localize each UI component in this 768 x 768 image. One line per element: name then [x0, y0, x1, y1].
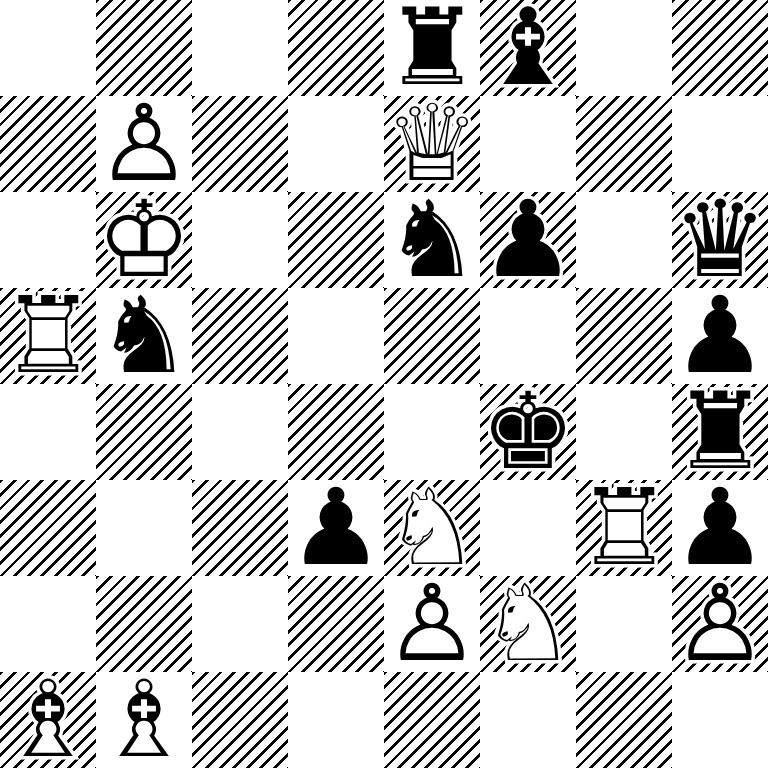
white-knight: ♘ — [384, 480, 480, 576]
square-a8[interactable] — [0, 0, 96, 96]
white-pawn-fill: ♟ — [96, 96, 192, 192]
square-h4[interactable]: ♜♜ — [672, 384, 768, 480]
square-a3[interactable] — [0, 480, 96, 576]
square-c4[interactable] — [192, 384, 288, 480]
square-e5[interactable] — [384, 288, 480, 384]
square-b2[interactable] — [96, 576, 192, 672]
white-rook-fill: ♜ — [0, 288, 96, 384]
square-c6[interactable] — [192, 192, 288, 288]
square-f4[interactable]: ♚♚ — [480, 384, 576, 480]
black-knight-fill: ♞ — [96, 288, 192, 384]
square-b8[interactable] — [96, 0, 192, 96]
square-e3[interactable]: ♞♘ — [384, 480, 480, 576]
white-rook: ♖ — [0, 288, 96, 384]
black-rook-fill: ♜ — [384, 0, 480, 96]
black-knight: ♞ — [96, 288, 192, 384]
white-pawn-fill: ♟ — [672, 576, 768, 672]
square-c5[interactable] — [192, 288, 288, 384]
white-king: ♔ — [96, 192, 192, 288]
white-bishop-fill: ♝ — [96, 672, 192, 768]
black-pawn-fill: ♟ — [672, 480, 768, 576]
white-pawn-fill: ♟ — [384, 576, 480, 672]
square-c7[interactable] — [192, 96, 288, 192]
black-knight: ♞ — [384, 192, 480, 288]
square-g7[interactable] — [576, 96, 672, 192]
white-knight: ♘ — [480, 576, 576, 672]
white-bishop-fill: ♝ — [0, 672, 96, 768]
white-pawn: ♙ — [96, 96, 192, 192]
square-f2[interactable]: ♞♘ — [480, 576, 576, 672]
black-pawn-fill: ♟ — [480, 192, 576, 288]
square-d6[interactable] — [288, 192, 384, 288]
square-d1[interactable] — [288, 672, 384, 768]
square-g8[interactable] — [576, 0, 672, 96]
square-c3[interactable] — [192, 480, 288, 576]
square-a5[interactable]: ♜♖ — [0, 288, 96, 384]
white-knight-fill: ♞ — [480, 576, 576, 672]
square-b6[interactable]: ♚♔ — [96, 192, 192, 288]
white-bishop: ♗ — [96, 672, 192, 768]
square-c2[interactable] — [192, 576, 288, 672]
square-a2[interactable] — [0, 576, 96, 672]
black-king: ♚ — [480, 384, 576, 480]
square-h1[interactable] — [672, 672, 768, 768]
square-e4[interactable] — [384, 384, 480, 480]
square-d2[interactable] — [288, 576, 384, 672]
square-h3[interactable]: ♟♟ — [672, 480, 768, 576]
square-g1[interactable] — [576, 672, 672, 768]
square-e6[interactable]: ♞♞ — [384, 192, 480, 288]
square-h2[interactable]: ♟♙ — [672, 576, 768, 672]
white-queen: ♕ — [384, 96, 480, 192]
square-g3[interactable]: ♜♖ — [576, 480, 672, 576]
white-queen-fill: ♛ — [384, 96, 480, 192]
square-g2[interactable] — [576, 576, 672, 672]
square-c1[interactable] — [192, 672, 288, 768]
black-bishop: ♝ — [480, 0, 576, 96]
black-knight-fill: ♞ — [384, 192, 480, 288]
square-e8[interactable]: ♜♜ — [384, 0, 480, 96]
white-pawn: ♙ — [672, 576, 768, 672]
black-pawn-fill: ♟ — [672, 288, 768, 384]
square-h7[interactable] — [672, 96, 768, 192]
black-pawn-fill: ♟ — [288, 480, 384, 576]
square-c8[interactable] — [192, 0, 288, 96]
square-f6[interactable]: ♟♟ — [480, 192, 576, 288]
square-a1[interactable]: ♝♗ — [0, 672, 96, 768]
black-king-fill: ♚ — [480, 384, 576, 480]
black-rook: ♜ — [384, 0, 480, 96]
square-g5[interactable] — [576, 288, 672, 384]
black-pawn: ♟ — [288, 480, 384, 576]
white-rook: ♖ — [576, 480, 672, 576]
black-queen-fill: ♛ — [672, 192, 768, 288]
square-f1[interactable] — [480, 672, 576, 768]
square-d7[interactable] — [288, 96, 384, 192]
square-e2[interactable]: ♟♙ — [384, 576, 480, 672]
black-rook-fill: ♜ — [672, 384, 768, 480]
white-king-fill: ♚ — [96, 192, 192, 288]
chess-board: ♜♜♝♝♟♙♛♕♚♔♞♞♟♟♛♛♜♖♞♞♟♟♚♚♜♜♟♟♞♘♜♖♟♟♟♙♞♘♟♙… — [0, 0, 768, 768]
square-a7[interactable] — [0, 96, 96, 192]
black-rook: ♜ — [672, 384, 768, 480]
square-f3[interactable] — [480, 480, 576, 576]
black-pawn: ♟ — [672, 480, 768, 576]
square-f7[interactable] — [480, 96, 576, 192]
black-pawn: ♟ — [480, 192, 576, 288]
square-a4[interactable] — [0, 384, 96, 480]
square-e1[interactable] — [384, 672, 480, 768]
square-b4[interactable] — [96, 384, 192, 480]
square-d3[interactable]: ♟♟ — [288, 480, 384, 576]
square-b3[interactable] — [96, 480, 192, 576]
square-d5[interactable] — [288, 288, 384, 384]
square-b5[interactable]: ♞♞ — [96, 288, 192, 384]
square-b7[interactable]: ♟♙ — [96, 96, 192, 192]
black-queen: ♛ — [672, 192, 768, 288]
square-g6[interactable] — [576, 192, 672, 288]
black-pawn: ♟ — [672, 288, 768, 384]
square-g4[interactable] — [576, 384, 672, 480]
white-pawn: ♙ — [384, 576, 480, 672]
square-a6[interactable] — [0, 192, 96, 288]
square-h6[interactable]: ♛♛ — [672, 192, 768, 288]
square-h5[interactable]: ♟♟ — [672, 288, 768, 384]
white-bishop: ♗ — [0, 672, 96, 768]
square-b1[interactable]: ♝♗ — [96, 672, 192, 768]
square-f5[interactable] — [480, 288, 576, 384]
white-rook-fill: ♜ — [576, 480, 672, 576]
white-knight-fill: ♞ — [384, 480, 480, 576]
square-e7[interactable]: ♛♕ — [384, 96, 480, 192]
black-bishop-fill: ♝ — [480, 0, 576, 96]
square-f8[interactable]: ♝♝ — [480, 0, 576, 96]
square-d8[interactable] — [288, 0, 384, 96]
square-d4[interactable] — [288, 384, 384, 480]
square-h8[interactable] — [672, 0, 768, 96]
